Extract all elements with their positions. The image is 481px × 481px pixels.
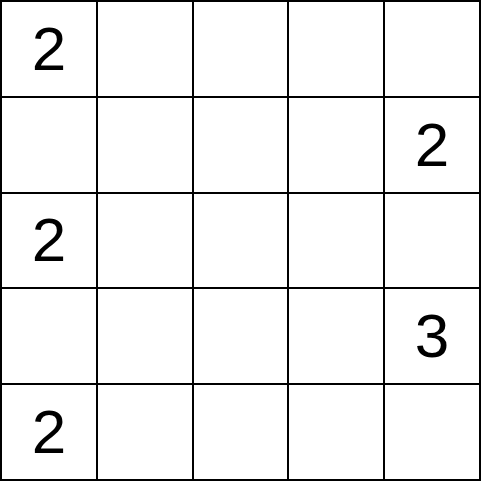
cell-r5c1: 2 [2,385,96,479]
cell-r5c2[interactable] [98,385,192,479]
cell-r5c3[interactable] [194,385,288,479]
cell-r2c5: 2 [385,98,479,192]
cell-r3c4[interactable] [289,194,383,288]
cell-r2c1[interactable] [2,98,96,192]
puzzle-board: 22232 [0,0,481,481]
cell-r4c4[interactable] [289,289,383,383]
clue-number: 2 [415,114,449,176]
cell-r3c3[interactable] [194,194,288,288]
cell-r1c2[interactable] [98,2,192,96]
cell-r2c2[interactable] [98,98,192,192]
cell-r1c1: 2 [2,2,96,96]
cell-r2c3[interactable] [194,98,288,192]
cell-r4c2[interactable] [98,289,192,383]
cell-r4c3[interactable] [194,289,288,383]
cell-r3c1: 2 [2,194,96,288]
clue-number: 2 [32,209,66,271]
clue-number: 2 [32,18,66,80]
cell-r5c5[interactable] [385,385,479,479]
cell-r5c4[interactable] [289,385,383,479]
cell-r1c5[interactable] [385,2,479,96]
cell-r4c5: 3 [385,289,479,383]
cell-r1c4[interactable] [289,2,383,96]
cell-r1c3[interactable] [194,2,288,96]
cell-r2c4[interactable] [289,98,383,192]
clue-number: 3 [415,305,449,367]
cell-r3c5[interactable] [385,194,479,288]
clue-number: 2 [32,401,66,463]
cell-r4c1[interactable] [2,289,96,383]
cell-r3c2[interactable] [98,194,192,288]
